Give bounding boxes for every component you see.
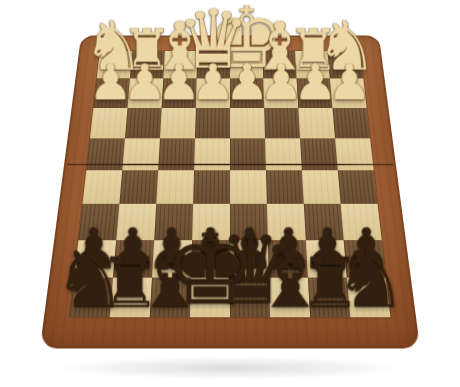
square-f8: ♝ xyxy=(150,277,191,317)
case-drop-shadow xyxy=(60,357,400,379)
square-d1: ♚ xyxy=(230,51,263,79)
square-f1: ♝ xyxy=(163,51,197,79)
square-e6 xyxy=(192,204,230,240)
chess-set-photo: ♞♜♝♛♚♝♜♞♟♟♟♟♟♟♟♟♟♟♟♟♟♟♟♟♞♜♝♚♛♝♜♞ xyxy=(0,0,460,387)
square-a3 xyxy=(332,108,370,139)
square-g7: ♟ xyxy=(113,240,154,278)
square-h2: ♟ xyxy=(93,79,130,108)
square-e1: ♛ xyxy=(197,51,230,79)
square-f2: ♟ xyxy=(162,79,197,108)
square-g1: ♜ xyxy=(130,51,165,79)
square-b3 xyxy=(298,108,335,139)
square-h1: ♞ xyxy=(97,51,133,79)
square-c5 xyxy=(266,170,304,204)
square-e2: ♟ xyxy=(196,79,230,108)
square-d6 xyxy=(230,204,268,240)
square-b7: ♟ xyxy=(306,240,347,278)
square-e7: ♟ xyxy=(191,240,230,278)
square-a2: ♟ xyxy=(330,79,367,108)
piece-black-pawn: ♟ xyxy=(69,223,119,276)
square-c8: ♝ xyxy=(269,277,310,317)
square-f6 xyxy=(154,204,193,240)
square-g2: ♟ xyxy=(128,79,164,108)
square-b1: ♜ xyxy=(295,51,330,79)
square-e3 xyxy=(195,108,230,139)
square-a1: ♞ xyxy=(328,51,364,79)
square-g5 xyxy=(119,170,158,204)
square-b6 xyxy=(304,204,344,240)
square-f7: ♟ xyxy=(152,240,192,278)
chess-board: ♞♜♝♛♚♝♜♞♟♟♟♟♟♟♟♟♟♟♟♟♟♟♟♟♞♜♝♚♛♝♜♞ xyxy=(70,51,391,317)
piece-black-pawn: ♟ xyxy=(302,223,352,276)
square-h6 xyxy=(78,204,119,240)
piece-black-pawn: ♟ xyxy=(263,223,313,276)
square-g8: ♜ xyxy=(110,277,152,317)
square-b2: ♟ xyxy=(297,79,333,108)
square-c7: ♟ xyxy=(268,240,308,278)
piece-black-pawn: ♟ xyxy=(341,223,391,276)
square-a5 xyxy=(338,170,378,204)
square-c2: ♟ xyxy=(263,79,298,108)
square-d8: ♛ xyxy=(230,277,270,317)
square-c1: ♝ xyxy=(263,51,297,79)
square-a7: ♟ xyxy=(344,240,386,278)
piece-black-pawn: ♟ xyxy=(107,223,157,276)
square-c3 xyxy=(264,108,300,139)
square-b8: ♜ xyxy=(308,277,350,317)
square-a8: ♞ xyxy=(347,277,391,317)
square-e5 xyxy=(193,170,230,204)
square-d5 xyxy=(230,170,267,204)
square-b5 xyxy=(302,170,341,204)
square-d2: ♟ xyxy=(230,79,264,108)
square-d7: ♟ xyxy=(230,240,269,278)
square-a6 xyxy=(341,204,382,240)
piece-black-pawn: ♟ xyxy=(185,223,235,276)
square-h8: ♞ xyxy=(70,277,114,317)
piece-black-pawn: ♟ xyxy=(224,223,274,276)
piece-black-pawn: ♟ xyxy=(146,223,196,276)
square-f3 xyxy=(160,108,196,139)
square-e8: ♚ xyxy=(190,277,230,317)
square-g6 xyxy=(116,204,156,240)
square-h7: ♟ xyxy=(74,240,116,278)
square-f5 xyxy=(156,170,194,204)
board-case: ♞♜♝♛♚♝♜♞♟♟♟♟♟♟♟♟♟♟♟♟♟♟♟♟♞♜♝♚♛♝♜♞ xyxy=(40,36,420,349)
square-d3 xyxy=(230,108,265,139)
folding-hinge-seam xyxy=(67,164,393,166)
square-h5 xyxy=(82,170,122,204)
piece-black-rook: ♜ xyxy=(99,251,161,317)
square-g3 xyxy=(125,108,162,139)
square-c6 xyxy=(267,204,306,240)
piece-black-rook: ♜ xyxy=(299,251,361,317)
square-h3 xyxy=(90,108,128,139)
